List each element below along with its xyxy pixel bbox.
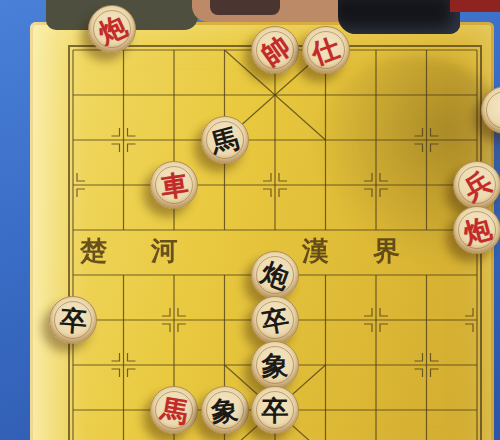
piece-red-cannon[interactable]: 炮: [453, 206, 500, 254]
piece-black-cannon[interactable]: 炮: [251, 251, 299, 299]
piece-glyph: 炮: [94, 11, 130, 47]
piece-red-general[interactable]: 帥: [251, 26, 299, 74]
piece-red-soldier[interactable]: 兵: [453, 161, 500, 209]
piece-black-soldier[interactable]: 卒: [251, 296, 299, 344]
piece-glyph: 卒: [58, 305, 87, 334]
red-chair-edge: [450, 0, 500, 12]
piece-glyph: 馬: [158, 394, 189, 425]
piece-glyph: 兵: [459, 167, 496, 204]
piece-captured-red-cannon[interactable]: 炮: [88, 5, 136, 53]
piece-glyph: 帥: [256, 31, 294, 69]
piece-black-elephant[interactable]: 象: [201, 386, 249, 434]
piece-red-chariot[interactable]: 車: [150, 161, 198, 209]
photo-scene: 楚河 漢界 帥仕馬車兵炮炮卒卒象馬象卒 炮: [0, 0, 500, 440]
piece-red-advisor[interactable]: 仕: [302, 26, 350, 74]
piece-black-elephant[interactable]: 象: [251, 341, 299, 389]
piece-glyph: 仕: [308, 33, 343, 68]
piece-glyph: 象: [210, 395, 239, 424]
piece-glyph: 炮: [258, 258, 293, 293]
piece-glyph: 炮: [460, 213, 493, 246]
piece-black-soldier[interactable]: 卒: [49, 296, 97, 344]
pieces-layer: 帥仕馬車兵炮炮卒卒象馬象卒: [48, 28, 500, 440]
piece-black-horse[interactable]: 馬: [201, 116, 249, 164]
piece-glyph: 車: [159, 170, 189, 200]
piece-black-soldier[interactable]: 卒: [251, 386, 299, 434]
piece-glyph: 象: [262, 352, 289, 379]
piece-glyph: 馬: [208, 123, 241, 156]
piece-glyph: 卒: [259, 304, 290, 335]
piece-red-horse[interactable]: 馬: [150, 386, 198, 434]
piece-glyph: 卒: [262, 397, 289, 424]
player-hand-object: [210, 0, 280, 15]
